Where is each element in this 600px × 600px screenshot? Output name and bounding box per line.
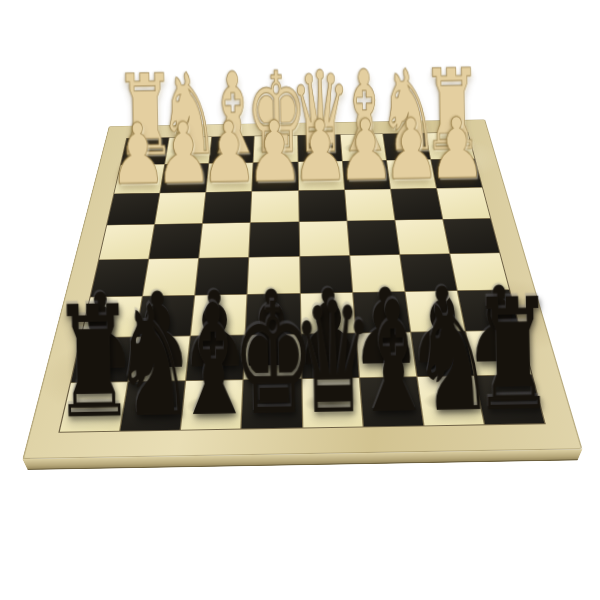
square-r5c1 bbox=[136, 295, 194, 336]
piece-shadow bbox=[345, 169, 387, 182]
piece-wP: ♟ bbox=[328, 109, 404, 194]
square-r0c7: ♜ bbox=[426, 133, 475, 160]
square-r1c2: ♟ bbox=[206, 163, 252, 192]
square-r1c6: ♟ bbox=[387, 160, 436, 189]
square-r3c4 bbox=[299, 222, 349, 256]
piece-shadow bbox=[124, 145, 166, 157]
piece-wP: ♟ bbox=[419, 107, 495, 192]
piece-wN: ♞ bbox=[377, 55, 436, 168]
piece-shadow bbox=[245, 393, 299, 415]
square-r4c3 bbox=[248, 256, 299, 293]
square-r3c0 bbox=[99, 225, 154, 259]
square-r2c6 bbox=[391, 189, 442, 220]
square-r7c3: ♚ bbox=[242, 379, 302, 429]
piece-shadow bbox=[76, 350, 131, 370]
piece-shadow bbox=[133, 349, 186, 369]
piece-wR: ♜ bbox=[421, 54, 480, 167]
square-r5c7 bbox=[458, 290, 520, 331]
square-r2c5 bbox=[345, 189, 394, 220]
piece-wP: ♟ bbox=[191, 111, 267, 196]
square-r2c0 bbox=[107, 193, 159, 225]
piece-shadow bbox=[168, 145, 209, 157]
piece-wP: ♟ bbox=[282, 110, 358, 195]
square-r1c0: ♟ bbox=[114, 165, 164, 194]
piece-wB: ♝ bbox=[333, 56, 392, 169]
square-r5c0 bbox=[81, 296, 142, 337]
square-r5c6 bbox=[405, 291, 464, 332]
piece-shadow bbox=[415, 344, 469, 364]
square-r3c5 bbox=[347, 221, 399, 255]
piece-shadow bbox=[435, 167, 479, 180]
square-r1c7: ♟ bbox=[431, 159, 482, 188]
piece-shadow bbox=[212, 144, 252, 156]
piece-wK: ♚ bbox=[245, 57, 304, 170]
piece-shadow bbox=[300, 170, 341, 183]
piece-shadow bbox=[303, 346, 355, 366]
square-r6c1: ♟ bbox=[129, 336, 190, 381]
piece-shadow bbox=[422, 390, 479, 412]
piece-shadow bbox=[118, 173, 161, 186]
square-r7c7: ♜ bbox=[475, 375, 544, 424]
piece-wP: ♟ bbox=[374, 108, 450, 193]
board-tilt-wrapper: ♜♞♝♚♛♝♞♜♟♟♟♟♟♟♟♟♟♟♟♟♟♟♟♟♜♞♝♚♛♝♞♜ bbox=[0, 0, 600, 600]
square-r0c1: ♞ bbox=[165, 137, 211, 164]
piece-shadow bbox=[185, 394, 240, 416]
piece-shadow bbox=[480, 389, 538, 411]
square-r6c3: ♟ bbox=[244, 334, 301, 379]
square-r2c2 bbox=[203, 192, 251, 223]
piece-wP: ♟ bbox=[236, 111, 312, 196]
piece-shadow bbox=[386, 141, 427, 153]
square-r4c2 bbox=[196, 257, 249, 294]
piece-wB: ♝ bbox=[202, 58, 261, 171]
square-r4c1 bbox=[143, 258, 198, 295]
piece-wN: ♞ bbox=[158, 59, 217, 172]
square-r6c0: ♟ bbox=[71, 337, 135, 382]
chess-board: ♜♞♝♚♛♝♞♜♟♟♟♟♟♟♟♟♟♟♟♟♟♟♟♟♜♞♝♚♛♝♞♜ bbox=[23, 120, 583, 459]
piece-shadow bbox=[343, 142, 383, 154]
square-r5c3 bbox=[246, 294, 300, 335]
piece-shadow bbox=[255, 170, 296, 183]
piece-wR: ♜ bbox=[114, 60, 173, 173]
square-r2c7 bbox=[437, 188, 490, 219]
square-r1c4: ♟ bbox=[298, 161, 344, 190]
square-r1c5: ♟ bbox=[342, 161, 389, 190]
square-r5c4 bbox=[300, 293, 354, 334]
square-r0c2: ♝ bbox=[210, 136, 255, 163]
piece-shadow bbox=[359, 345, 412, 365]
square-r6c5: ♟ bbox=[356, 332, 416, 377]
square-r4c0 bbox=[91, 259, 149, 296]
piece-shadow bbox=[65, 396, 123, 418]
square-r2c3 bbox=[251, 191, 298, 222]
piece-shadow bbox=[304, 392, 358, 414]
square-r0c5: ♝ bbox=[340, 134, 385, 161]
square-r2c4 bbox=[299, 190, 347, 221]
square-r0c6: ♞ bbox=[383, 133, 430, 160]
square-r1c3: ♟ bbox=[253, 162, 298, 191]
square-r4c4 bbox=[300, 255, 352, 292]
board-front-edge bbox=[23, 449, 583, 470]
square-r3c2 bbox=[200, 223, 251, 257]
checker-grid: ♜♞♝♚♛♝♞♜♟♟♟♟♟♟♟♟♟♟♟♟♟♟♟♟♜♞♝♚♛♝♞♜ bbox=[58, 132, 545, 433]
square-r6c7: ♟ bbox=[466, 330, 531, 375]
square-r0c4: ♛ bbox=[298, 135, 342, 162]
square-r6c2: ♟ bbox=[186, 335, 245, 380]
square-r6c4: ♟ bbox=[301, 333, 358, 378]
piece-shadow bbox=[429, 140, 471, 152]
piece-shadow bbox=[163, 172, 206, 185]
square-r7c0: ♜ bbox=[60, 382, 128, 432]
square-r5c2 bbox=[191, 294, 247, 335]
square-r3c6 bbox=[395, 220, 449, 254]
piece-wP: ♟ bbox=[145, 112, 221, 197]
piece-shadow bbox=[247, 347, 298, 367]
square-r7c2: ♝ bbox=[181, 380, 243, 430]
square-r6c6: ♟ bbox=[411, 331, 474, 376]
square-r1c1: ♟ bbox=[160, 164, 208, 193]
square-r7c5: ♝ bbox=[360, 377, 423, 426]
piece-shadow bbox=[363, 391, 419, 413]
piece-shadow bbox=[209, 171, 251, 184]
square-r2c1 bbox=[155, 193, 205, 225]
piece-wP: ♟ bbox=[99, 113, 175, 198]
square-r0c3: ♚ bbox=[254, 135, 297, 162]
square-r4c7 bbox=[450, 253, 509, 290]
square-r7c4: ♛ bbox=[302, 378, 362, 428]
square-r4c6 bbox=[400, 254, 456, 291]
piece-shadow bbox=[256, 143, 296, 155]
square-r3c1 bbox=[149, 224, 202, 258]
square-r3c3 bbox=[250, 222, 299, 256]
piece-shadow bbox=[190, 348, 242, 368]
piece-wQ: ♛ bbox=[289, 57, 348, 170]
piece-shadow bbox=[125, 395, 181, 417]
square-r4c5 bbox=[350, 255, 404, 292]
product-photo: ♜♞♝♚♛♝♞♜♟♟♟♟♟♟♟♟♟♟♟♟♟♟♟♟♜♞♝♚♛♝♞♜ bbox=[0, 0, 600, 600]
square-r0c0: ♜ bbox=[121, 138, 169, 165]
square-r5c5 bbox=[353, 292, 410, 333]
piece-shadow bbox=[390, 168, 433, 181]
square-r7c6: ♞ bbox=[417, 376, 483, 425]
piece-shadow bbox=[299, 142, 339, 154]
square-r7c1: ♞ bbox=[121, 381, 186, 431]
square-r3c7 bbox=[443, 219, 499, 253]
piece-shadow bbox=[471, 343, 526, 363]
